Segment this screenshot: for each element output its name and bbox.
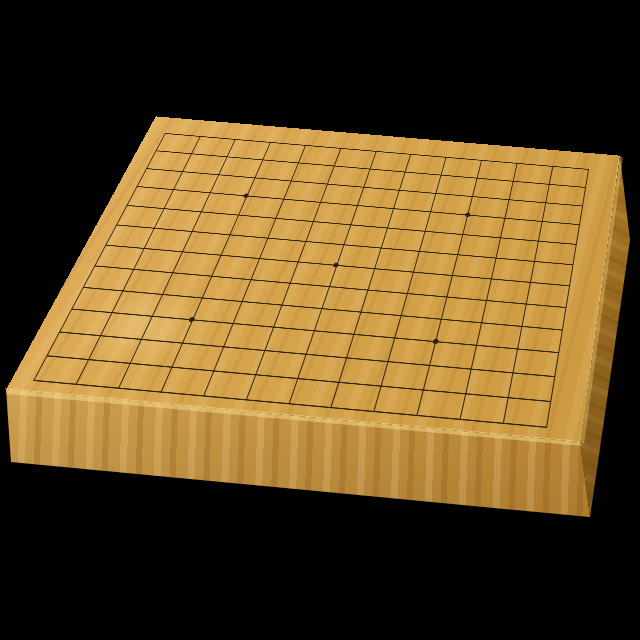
goban-top-face bbox=[6, 116, 619, 441]
grid-cell[interactable] bbox=[508, 372, 554, 401]
grid-cell[interactable] bbox=[381, 361, 429, 389]
grid-cell[interactable] bbox=[339, 357, 388, 385]
go-board-grid[interactable] bbox=[33, 133, 589, 428]
grid-cell[interactable] bbox=[465, 369, 512, 397]
grid-cell[interactable] bbox=[423, 365, 471, 393]
grid-cell[interactable] bbox=[374, 386, 423, 415]
grid-cell[interactable] bbox=[513, 349, 559, 377]
grid-cell[interactable] bbox=[429, 341, 476, 368]
grid-cell[interactable] bbox=[471, 345, 517, 372]
grid-cell[interactable] bbox=[417, 389, 466, 418]
grid-cell[interactable] bbox=[347, 334, 395, 361]
grid-cell[interactable] bbox=[331, 382, 381, 411]
grid-cell[interactable] bbox=[460, 393, 508, 422]
photo-stage bbox=[0, 0, 640, 640]
grid-cell[interactable] bbox=[388, 338, 435, 365]
grid-cell[interactable] bbox=[503, 397, 550, 426]
